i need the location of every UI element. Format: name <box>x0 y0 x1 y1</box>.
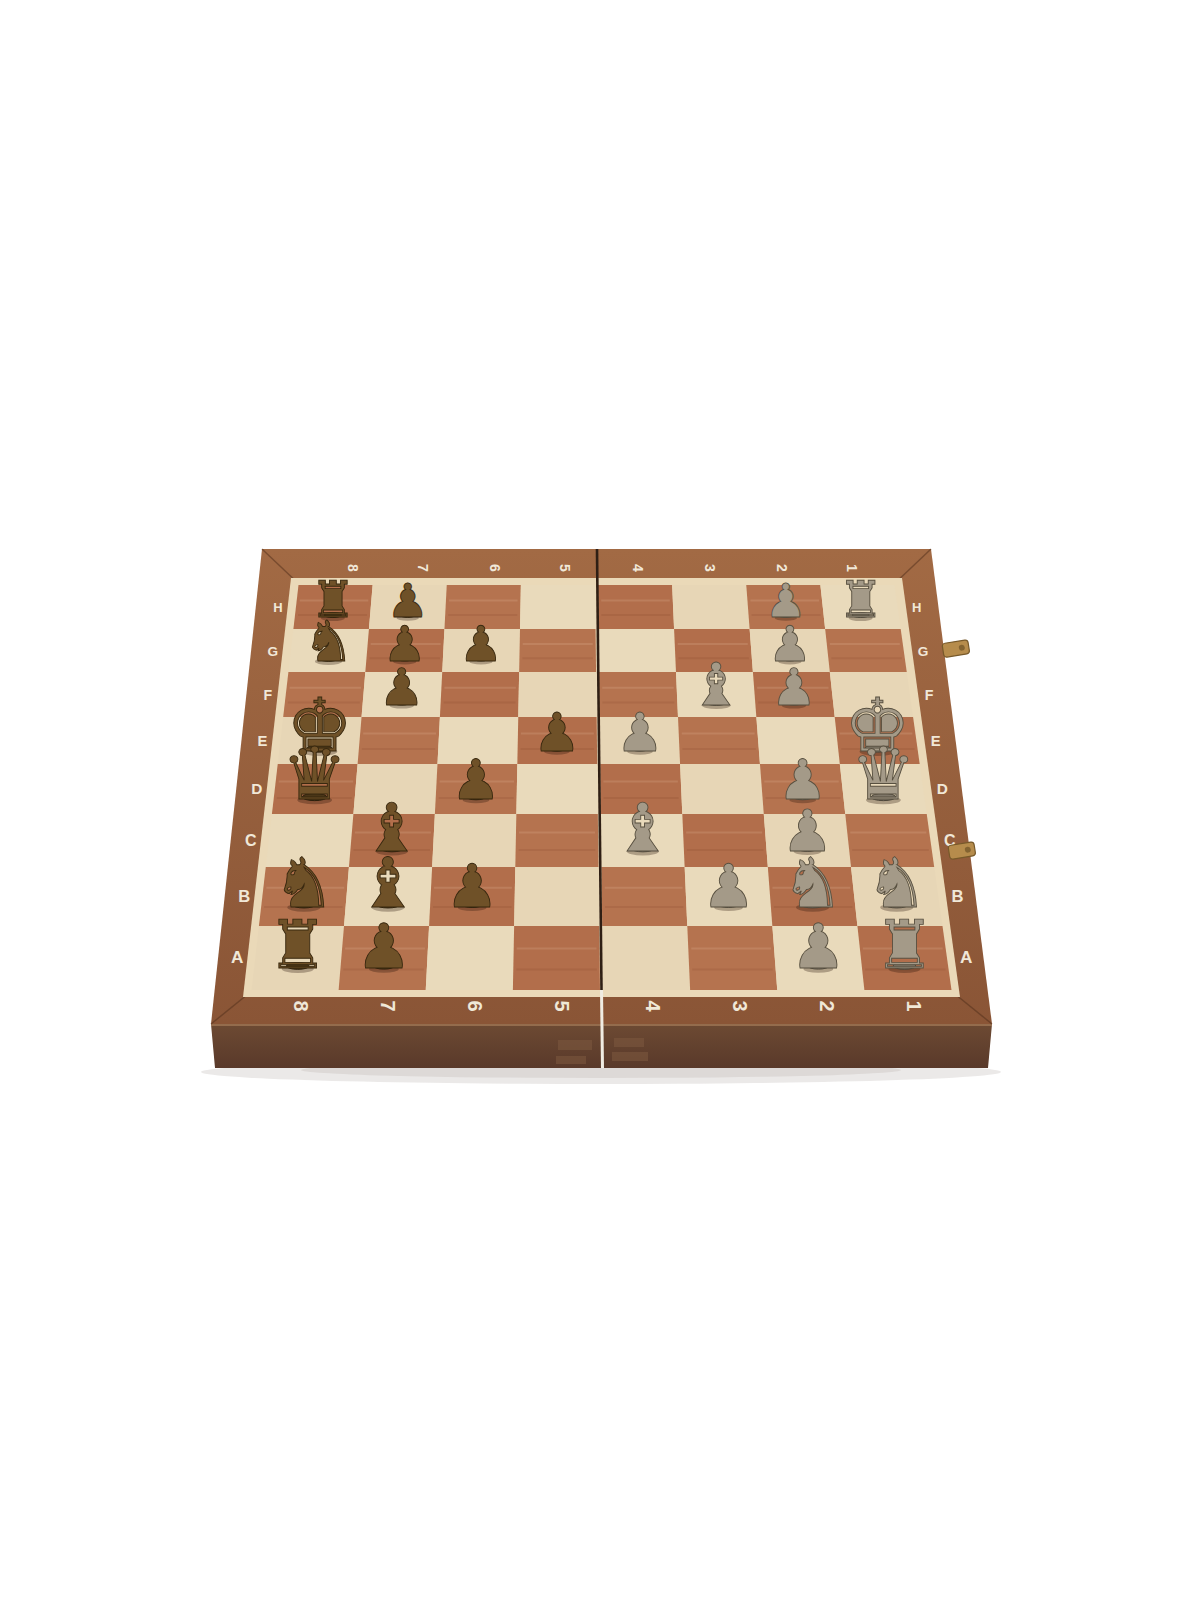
square-a3[interactable] <box>687 926 777 990</box>
clasp-plate <box>942 640 970 658</box>
square-h5[interactable] <box>520 585 596 629</box>
piece-bP-d6[interactable]: ♟ <box>451 747 501 812</box>
piece-glyph-ushabti: ♟ <box>451 747 501 812</box>
file-label-left-B: B <box>238 887 250 906</box>
piece-glyph-crowned-pharaoh: ♛ <box>851 732 916 816</box>
brass-clasp[interactable] <box>942 640 970 658</box>
rank-label-top-2: 2 <box>774 564 790 572</box>
rank-label-top-6: 6 <box>487 564 503 572</box>
piece-wB-f3[interactable]: ♝ <box>690 650 743 719</box>
piece-glyph-bastet-cat: ♝ <box>690 650 743 719</box>
piece-glyph-obelisk: ♜ <box>874 906 934 984</box>
piece-bP-e5[interactable]: ♟ <box>533 701 581 764</box>
file-label-right-H: H <box>912 600 921 615</box>
square-e3[interactable] <box>678 717 760 764</box>
piece-glyph-obelisk: ♜ <box>268 906 328 984</box>
piece-glyph-ushabti: ♟ <box>616 701 664 764</box>
rank-label-top-3: 3 <box>702 564 718 572</box>
square-d5[interactable] <box>516 764 597 814</box>
fold-gap <box>602 990 603 1068</box>
piece-wP-f2[interactable]: ♟ <box>771 658 817 717</box>
piece-bP-a7[interactable]: ♟ <box>356 910 412 983</box>
piece-glyph-horus-falcon: ♞ <box>303 609 354 674</box>
file-label-right-D: D <box>937 780 948 797</box>
rank-label-bottom-2: 2 <box>816 1000 838 1011</box>
file-label-left-G: G <box>268 644 279 659</box>
rank-label-top-5: 5 <box>557 564 573 572</box>
file-label-right-E: E <box>931 733 941 749</box>
rank-label-bottom-5: 5 <box>551 1000 573 1011</box>
file-label-left-E: E <box>257 733 267 749</box>
square-b4[interactable] <box>601 867 687 926</box>
square-a4[interactable] <box>602 926 690 990</box>
piece-wP-e4[interactable]: ♟ <box>616 701 664 764</box>
square-a6[interactable] <box>426 926 514 990</box>
piece-wR-a1[interactable]: ♜ <box>874 906 934 984</box>
piece-glyph-crowned-pharaoh: ♛ <box>282 732 347 816</box>
photo-stage: 8765432187654321HGFEDCBAHGFEDCBA♜♟♟♜♞♟♟♟… <box>0 0 1200 1600</box>
square-g5[interactable] <box>519 629 596 672</box>
piece-glyph-ushabti: ♟ <box>771 658 817 717</box>
finger-joint <box>614 1038 644 1047</box>
file-label-right-B: B <box>952 887 964 906</box>
rank-label-bottom-6: 6 <box>464 1000 486 1011</box>
piece-wQ-d1[interactable]: ♛ <box>851 732 916 816</box>
file-label-right-A: A <box>960 947 972 967</box>
rank-label-bottom-8: 8 <box>290 1000 312 1011</box>
piece-bP-b6[interactable]: ♟ <box>445 851 499 921</box>
rank-label-bottom-4: 4 <box>642 1000 664 1012</box>
piece-wR-h1[interactable]: ♜ <box>838 570 883 629</box>
square-a5[interactable] <box>513 926 600 990</box>
piece-glyph-ushabti: ♟ <box>356 910 412 983</box>
piece-glyph-ushabti: ♟ <box>533 701 581 764</box>
square-h4[interactable] <box>598 585 674 629</box>
piece-glyph-ushabti: ♟ <box>379 658 425 717</box>
piece-bP-f7[interactable]: ♟ <box>379 658 425 717</box>
piece-wP-b3[interactable]: ♟ <box>702 851 756 921</box>
finger-joint <box>612 1052 648 1061</box>
file-label-left-D: D <box>251 780 262 797</box>
piece-wB-c4[interactable]: ♝ <box>613 789 673 867</box>
piece-bP-g6[interactable]: ♟ <box>459 616 503 673</box>
file-label-left-C: C <box>245 832 257 849</box>
square-h3[interactable] <box>672 585 749 629</box>
file-label-right-F: F <box>925 687 934 703</box>
rank-label-bottom-7: 7 <box>377 1000 399 1011</box>
piece-glyph-priest: ♝ <box>613 789 673 867</box>
piece-glyph-ushabti: ♟ <box>445 851 499 921</box>
rank-label-top-7: 7 <box>415 564 431 572</box>
square-c5[interactable] <box>515 814 598 867</box>
file-label-left-H: H <box>273 600 282 615</box>
finger-joint <box>558 1040 592 1050</box>
rank-label-bottom-1: 1 <box>903 1000 925 1011</box>
square-g1[interactable] <box>825 629 907 672</box>
piece-glyph-ushabti: ♟ <box>791 910 847 983</box>
file-label-right-G: G <box>918 644 929 659</box>
piece-glyph-ushabti: ♟ <box>459 616 503 673</box>
chessboard-photo: 8765432187654321HGFEDCBAHGFEDCBA♜♟♟♜♞♟♟♟… <box>0 0 1200 1600</box>
file-label-left-A: A <box>231 947 243 967</box>
piece-bR-a8[interactable]: ♜ <box>268 906 328 984</box>
piece-wP-a2[interactable]: ♟ <box>791 910 847 983</box>
square-g4[interactable] <box>599 629 676 672</box>
rank-label-bottom-3: 3 <box>729 1000 751 1011</box>
square-e7[interactable] <box>358 717 440 764</box>
square-b5[interactable] <box>514 867 599 926</box>
rank-label-top-4: 4 <box>630 564 646 572</box>
piece-bN-g8[interactable]: ♞ <box>303 609 354 674</box>
piece-bQ-d8[interactable]: ♛ <box>282 732 347 816</box>
square-d3[interactable] <box>680 764 764 814</box>
square-f6[interactable] <box>440 672 519 717</box>
piece-glyph-obelisk: ♜ <box>838 570 883 629</box>
finger-joint <box>556 1056 586 1064</box>
piece-glyph-ushabti: ♟ <box>702 851 756 921</box>
file-label-left-F: F <box>263 687 272 703</box>
